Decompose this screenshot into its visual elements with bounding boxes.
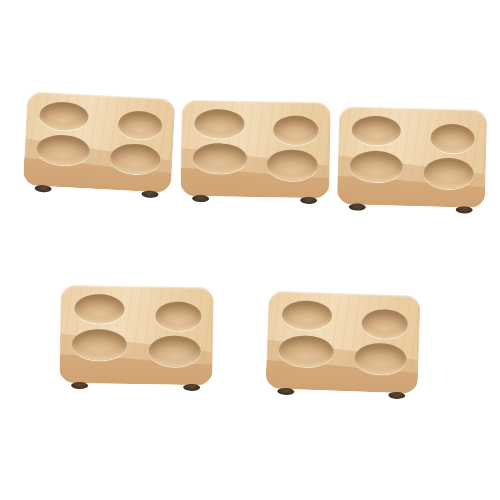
tray-top-center — [180, 100, 331, 205]
tray-bottom-left — [59, 285, 214, 392]
tealight-hole-top-left — [195, 109, 245, 138]
tray-foot-left — [277, 388, 294, 396]
tray-foot-right — [388, 392, 405, 400]
tray-top-left — [22, 91, 175, 199]
tray-foot-left — [348, 203, 365, 210]
tray-bottom-right — [265, 290, 421, 399]
tealight-hole-bottom-right — [148, 335, 201, 367]
tray-foot-left — [192, 195, 209, 202]
tray-foot-right — [300, 197, 317, 204]
tray-foot-right — [183, 384, 200, 391]
tray-foot-left — [34, 185, 51, 193]
tray-foot-right — [456, 206, 473, 213]
tealight-hole-bottom-left — [72, 329, 128, 361]
tray-top-right — [337, 106, 488, 214]
tray-foot-left — [71, 382, 88, 389]
tray-foot-right — [141, 190, 158, 198]
tealight-hole-top-right — [155, 301, 201, 331]
tealight-hole-bottom-right — [267, 149, 318, 180]
product-photo-stage — [0, 0, 500, 500]
tealight-hole-top-right — [274, 116, 319, 145]
